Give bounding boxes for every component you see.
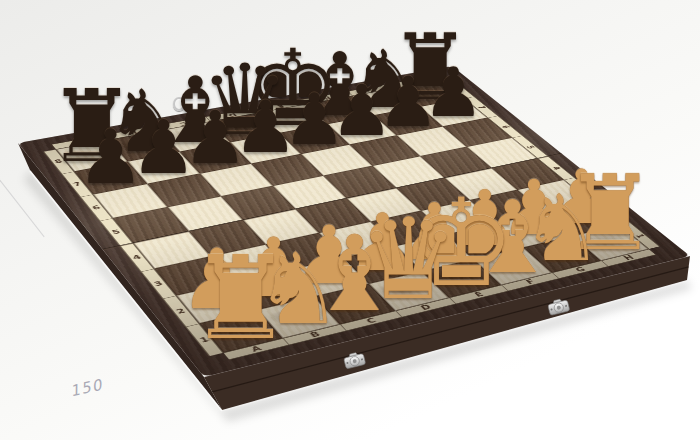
latch-clasp-icon — [547, 298, 570, 316]
handwritten-note: 150 — [68, 376, 104, 401]
hinge-icon — [173, 97, 185, 111]
hinge-icon — [308, 74, 320, 88]
latch-clasp-icon — [343, 351, 366, 369]
board-squares — [56, 80, 648, 353]
backdrop-seam-line — [0, 180, 45, 237]
chess-board: ABCDEFGH ABCDEFGH 87654321 87654321 — [18, 66, 690, 377]
photo-backdrop: ABCDEFGH ABCDEFGH 87654321 87654321 ♜♞♝♛… — [0, 0, 700, 440]
